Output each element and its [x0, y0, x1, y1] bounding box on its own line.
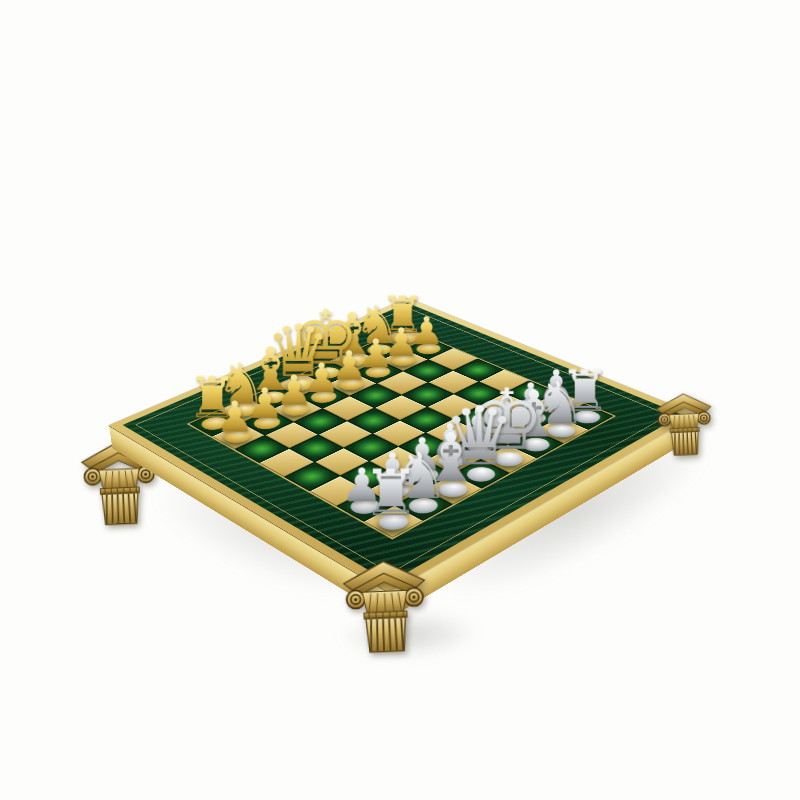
- product-photo-scene: ♜♟♟♜♞♟♟♞♝♟♟♝♚♟♟♚♛♟♟♛♝♟♟♝♞♟♟♞♜♟♟♜: [0, 0, 800, 800]
- board-green-border: ♜♟♟♜♞♟♟♞♝♟♟♝♚♟♟♚♛♟♟♛♝♟♟♝♞♟♟♞♜♟♟♜: [123, 303, 682, 583]
- square-a2[interactable]: ♟: [212, 423, 264, 449]
- chess-board: ♜♟♟♜♞♟♟♞♝♟♟♝♚♟♟♚♛♟♟♛♝♟♟♝♞♟♟♞♜♟♟♜: [109, 298, 697, 593]
- piece-gold-pawn[interactable]: ♟: [189, 397, 280, 437]
- square-b4[interactable]: [290, 435, 343, 462]
- piece-silver-rook[interactable]: ♜: [340, 462, 441, 523]
- board-top-face: ♜♟♟♜♞♟♟♞♝♟♟♝♚♟♟♚♛♟♟♛♝♟♟♝♞♟♟♞♜♟♟♜: [109, 298, 697, 593]
- square-a8[interactable]: ♜: [365, 506, 423, 538]
- board-shadow-front: [308, 595, 511, 674]
